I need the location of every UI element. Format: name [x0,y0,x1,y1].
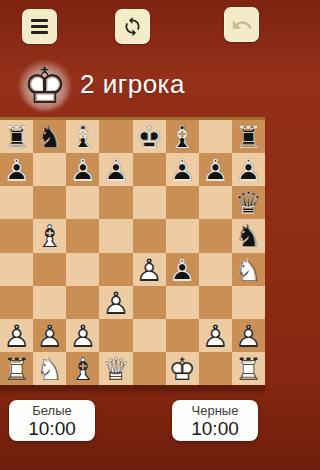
piece-black-queen: ♛♕ [232,186,265,219]
square-c7[interactable]: ♟♙ [66,153,99,186]
square-c1[interactable]: ♝♗ [66,352,99,385]
piece-black-pawn: ♟♙ [232,153,265,186]
square-b2[interactable]: ♟♙ [33,319,66,352]
square-f2[interactable] [166,319,199,352]
title-bar: ♚ ♔ 2 игрока [0,56,265,116]
piece-white-queen: ♛♕ [99,352,132,385]
piece-white-pawn: ♟♙ [99,286,132,319]
square-c3[interactable] [66,286,99,319]
square-b4[interactable] [33,253,66,286]
menu-button[interactable] [22,9,57,44]
piece-white-pawn: ♟♙ [0,319,33,352]
square-e7[interactable] [133,153,166,186]
piece-white-pawn: ♟♙ [133,253,166,286]
square-d7[interactable]: ♟♙ [99,153,132,186]
piece-black-pawn: ♟♙ [99,153,132,186]
black-clock: Черные 10:00 [172,400,258,441]
square-c8[interactable]: ♝♗ [66,120,99,153]
square-c2[interactable]: ♟♙ [66,319,99,352]
undo-icon [231,14,253,36]
white-clock-time: 10:00 [9,418,95,439]
undo-button[interactable] [224,7,259,42]
square-h4[interactable]: ♞♘ [232,253,265,286]
square-b3[interactable] [33,286,66,319]
square-f4[interactable]: ♟♙ [166,253,199,286]
square-e2[interactable] [133,319,166,352]
black-clock-time: 10:00 [172,418,258,439]
square-d4[interactable] [99,253,132,286]
square-h1[interactable]: ♜♖ [232,352,265,385]
square-h3[interactable] [232,286,265,319]
square-h2[interactable]: ♟♙ [232,319,265,352]
square-a3[interactable] [0,286,33,319]
square-b6[interactable] [33,186,66,219]
piece-black-rook: ♜♖ [232,120,265,153]
square-g1[interactable] [199,352,232,385]
piece-white-bishop: ♝♗ [66,352,99,385]
chess-board-grid: ♜♖♞♘♝♗♚♔♝♗♜♖♟♙♟♙♟♙♟♙♟♙♟♙♛♕♝♗♞♘♟♙♟♙♞♘♟♙♟♙… [0,120,265,385]
piece-white-king: ♚♔ [166,352,199,385]
square-a4[interactable] [0,253,33,286]
square-f1[interactable]: ♚♔ [166,352,199,385]
square-b7[interactable] [33,153,66,186]
square-b5[interactable]: ♝♗ [33,219,66,252]
square-a6[interactable] [0,186,33,219]
piece-white-bishop: ♝♗ [33,219,66,252]
piece-black-pawn: ♟♙ [0,153,33,186]
piece-black-pawn: ♟♙ [199,153,232,186]
square-h6[interactable]: ♛♕ [232,186,265,219]
white-clock: Белые 10:00 [9,400,95,441]
refresh-icon [122,16,143,37]
square-b1[interactable]: ♞♘ [33,352,66,385]
square-c4[interactable] [66,253,99,286]
piece-white-pawn: ♟♙ [232,319,265,352]
square-a2[interactable]: ♟♙ [0,319,33,352]
square-d6[interactable] [99,186,132,219]
piece-white-knight: ♞♘ [232,253,265,286]
square-d2[interactable] [99,319,132,352]
square-e3[interactable] [133,286,166,319]
page-title: 2 игрока [0,69,265,100]
piece-white-knight: ♞♘ [33,352,66,385]
square-g3[interactable] [199,286,232,319]
piece-black-bishop: ♝♗ [66,120,99,153]
piece-white-pawn: ♟♙ [66,319,99,352]
piece-white-rook: ♜♖ [0,352,33,385]
black-clock-label: Черные [172,403,258,418]
piece-black-knight: ♞♘ [232,219,265,252]
piece-black-pawn: ♟♙ [66,153,99,186]
piece-white-pawn: ♟♙ [33,319,66,352]
square-g2[interactable]: ♟♙ [199,319,232,352]
square-f7[interactable]: ♟♙ [166,153,199,186]
square-e1[interactable] [133,352,166,385]
refresh-button[interactable] [115,9,150,44]
piece-black-knight: ♞♘ [33,120,66,153]
piece-black-king: ♚♔ [133,120,166,153]
square-a8[interactable]: ♜♖ [0,120,33,153]
white-clock-label: Белые [9,403,95,418]
square-d5[interactable] [99,219,132,252]
square-f3[interactable] [166,286,199,319]
square-h7[interactable]: ♟♙ [232,153,265,186]
square-g4[interactable] [199,253,232,286]
square-f6[interactable] [166,186,199,219]
square-b8[interactable]: ♞♘ [33,120,66,153]
chess-board: ♜♖♞♘♝♗♚♔♝♗♜♖♟♙♟♙♟♙♟♙♟♙♟♙♛♕♝♗♞♘♟♙♟♙♞♘♟♙♟♙… [0,117,265,389]
square-g5[interactable] [199,219,232,252]
square-c5[interactable] [66,219,99,252]
piece-black-pawn: ♟♙ [166,253,199,286]
piece-white-rook: ♜♖ [232,352,265,385]
square-e6[interactable] [133,186,166,219]
square-a5[interactable] [0,219,33,252]
square-d3[interactable]: ♟♙ [99,286,132,319]
square-g6[interactable] [199,186,232,219]
square-d8[interactable] [99,120,132,153]
square-f5[interactable] [166,219,199,252]
square-a7[interactable]: ♟♙ [0,153,33,186]
piece-black-bishop: ♝♗ [166,120,199,153]
square-a1[interactable]: ♜♖ [0,352,33,385]
square-h8[interactable]: ♜♖ [232,120,265,153]
square-d1[interactable]: ♛♕ [99,352,132,385]
piece-black-rook: ♜♖ [0,120,33,153]
piece-white-pawn: ♟♙ [199,319,232,352]
square-e5[interactable] [133,219,166,252]
square-c6[interactable] [66,186,99,219]
square-g7[interactable]: ♟♙ [199,153,232,186]
piece-black-pawn: ♟♙ [166,153,199,186]
square-e4[interactable]: ♟♙ [133,253,166,286]
square-f8[interactable]: ♝♗ [166,120,199,153]
square-e8[interactable]: ♚♔ [133,120,166,153]
square-g8[interactable] [199,120,232,153]
menu-icon [31,19,48,35]
square-h5[interactable]: ♞♘ [232,219,265,252]
